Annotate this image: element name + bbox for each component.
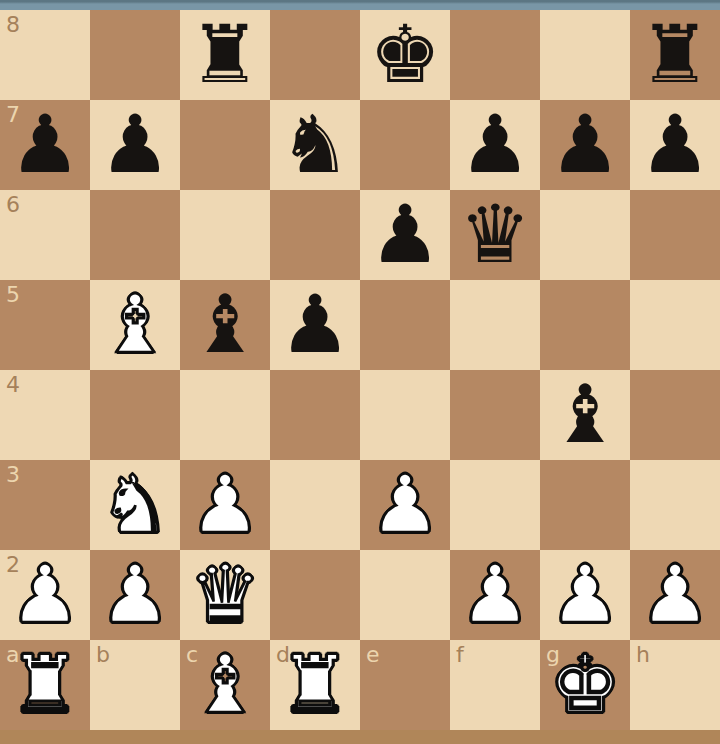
- square-c2[interactable]: ♛: [180, 550, 270, 640]
- white-pawn[interactable]: ♟: [630, 550, 720, 640]
- square-c3[interactable]: ♟: [180, 460, 270, 550]
- black-bishop[interactable]: ♝: [540, 370, 630, 460]
- square-f3[interactable]: [450, 460, 540, 550]
- square-b1[interactable]: b: [90, 640, 180, 730]
- square-c6[interactable]: [180, 190, 270, 280]
- square-e2[interactable]: [360, 550, 450, 640]
- square-g5[interactable]: [540, 280, 630, 370]
- square-h8[interactable]: ♜: [630, 10, 720, 100]
- black-knight[interactable]: ♞: [270, 100, 360, 190]
- black-pawn[interactable]: ♟: [0, 100, 90, 190]
- status-bar: [0, 0, 720, 10]
- file-label-b: b: [96, 644, 110, 666]
- file-label-f: f: [456, 644, 464, 666]
- square-e8[interactable]: ♚: [360, 10, 450, 100]
- square-c1[interactable]: c♝: [180, 640, 270, 730]
- square-f1[interactable]: f: [450, 640, 540, 730]
- square-b3[interactable]: ♞: [90, 460, 180, 550]
- square-g1[interactable]: g♚: [540, 640, 630, 730]
- square-h4[interactable]: [630, 370, 720, 460]
- white-pawn[interactable]: ♟: [0, 550, 90, 640]
- square-d4[interactable]: [270, 370, 360, 460]
- square-a7[interactable]: 7♟: [0, 100, 90, 190]
- black-bishop[interactable]: ♝: [180, 280, 270, 370]
- square-g2[interactable]: ♟: [540, 550, 630, 640]
- square-g7[interactable]: ♟: [540, 100, 630, 190]
- black-rook[interactable]: ♜: [630, 10, 720, 100]
- black-pawn[interactable]: ♟: [450, 100, 540, 190]
- white-bishop[interactable]: ♝: [180, 640, 270, 730]
- square-g4[interactable]: ♝: [540, 370, 630, 460]
- square-b7[interactable]: ♟: [90, 100, 180, 190]
- app-screen: 8♜♚♜7♟♟♞♟♟♟6♟♛5♝♝♟4♝3♞♟♟2♟♟♛♟♟♟a♜bc♝d♜ef…: [0, 0, 720, 744]
- square-h5[interactable]: [630, 280, 720, 370]
- black-king[interactable]: ♚: [360, 10, 450, 100]
- square-e3[interactable]: ♟: [360, 460, 450, 550]
- square-h1[interactable]: h: [630, 640, 720, 730]
- square-d8[interactable]: [270, 10, 360, 100]
- black-pawn[interactable]: ♟: [270, 280, 360, 370]
- rank-label-5: 5: [6, 284, 20, 306]
- square-f6[interactable]: ♛: [450, 190, 540, 280]
- square-e1[interactable]: e: [360, 640, 450, 730]
- square-c4[interactable]: [180, 370, 270, 460]
- black-pawn[interactable]: ♟: [540, 100, 630, 190]
- square-a8[interactable]: 8: [0, 10, 90, 100]
- square-e6[interactable]: ♟: [360, 190, 450, 280]
- square-b5[interactable]: ♝: [90, 280, 180, 370]
- white-pawn[interactable]: ♟: [540, 550, 630, 640]
- black-pawn[interactable]: ♟: [90, 100, 180, 190]
- square-e7[interactable]: [360, 100, 450, 190]
- rank-label-8: 8: [6, 14, 20, 36]
- square-a6[interactable]: 6: [0, 190, 90, 280]
- square-g3[interactable]: [540, 460, 630, 550]
- square-h6[interactable]: [630, 190, 720, 280]
- white-pawn[interactable]: ♟: [450, 550, 540, 640]
- square-c7[interactable]: [180, 100, 270, 190]
- square-f8[interactable]: [450, 10, 540, 100]
- square-b6[interactable]: [90, 190, 180, 280]
- square-f4[interactable]: [450, 370, 540, 460]
- square-d3[interactable]: [270, 460, 360, 550]
- square-h2[interactable]: ♟: [630, 550, 720, 640]
- white-knight[interactable]: ♞: [90, 460, 180, 550]
- white-bishop[interactable]: ♝: [90, 280, 180, 370]
- square-b4[interactable]: [90, 370, 180, 460]
- square-d1[interactable]: d♜: [270, 640, 360, 730]
- chess-board[interactable]: 8♜♚♜7♟♟♞♟♟♟6♟♛5♝♝♟4♝3♞♟♟2♟♟♛♟♟♟a♜bc♝d♜ef…: [0, 10, 720, 730]
- square-b2[interactable]: ♟: [90, 550, 180, 640]
- black-pawn[interactable]: ♟: [630, 100, 720, 190]
- square-f2[interactable]: ♟: [450, 550, 540, 640]
- square-e4[interactable]: [360, 370, 450, 460]
- black-queen[interactable]: ♛: [450, 190, 540, 280]
- white-king[interactable]: ♚: [540, 640, 630, 730]
- square-d6[interactable]: [270, 190, 360, 280]
- square-c8[interactable]: ♜: [180, 10, 270, 100]
- square-a3[interactable]: 3: [0, 460, 90, 550]
- square-a5[interactable]: 5: [0, 280, 90, 370]
- rank-label-3: 3: [6, 464, 20, 486]
- square-a4[interactable]: 4: [0, 370, 90, 460]
- square-f7[interactable]: ♟: [450, 100, 540, 190]
- square-g6[interactable]: [540, 190, 630, 280]
- file-label-e: e: [366, 644, 380, 666]
- square-d7[interactable]: ♞: [270, 100, 360, 190]
- square-g8[interactable]: [540, 10, 630, 100]
- square-h7[interactable]: ♟: [630, 100, 720, 190]
- square-b8[interactable]: [90, 10, 180, 100]
- white-pawn[interactable]: ♟: [90, 550, 180, 640]
- square-a2[interactable]: 2♟: [0, 550, 90, 640]
- square-d5[interactable]: ♟: [270, 280, 360, 370]
- white-queen[interactable]: ♛: [180, 550, 270, 640]
- square-f5[interactable]: [450, 280, 540, 370]
- white-pawn[interactable]: ♟: [360, 460, 450, 550]
- rank-label-4: 4: [6, 374, 20, 396]
- square-e5[interactable]: [360, 280, 450, 370]
- square-h3[interactable]: [630, 460, 720, 550]
- bottom-strip: [0, 730, 720, 744]
- white-pawn[interactable]: ♟: [180, 460, 270, 550]
- rank-label-6: 6: [6, 194, 20, 216]
- square-a1[interactable]: a♜: [0, 640, 90, 730]
- white-rook[interactable]: ♜: [270, 640, 360, 730]
- file-label-h: h: [636, 644, 650, 666]
- square-c5[interactable]: ♝: [180, 280, 270, 370]
- black-pawn[interactable]: ♟: [360, 190, 450, 280]
- square-d2[interactable]: [270, 550, 360, 640]
- black-rook[interactable]: ♜: [180, 10, 270, 100]
- white-rook[interactable]: ♜: [0, 640, 90, 730]
